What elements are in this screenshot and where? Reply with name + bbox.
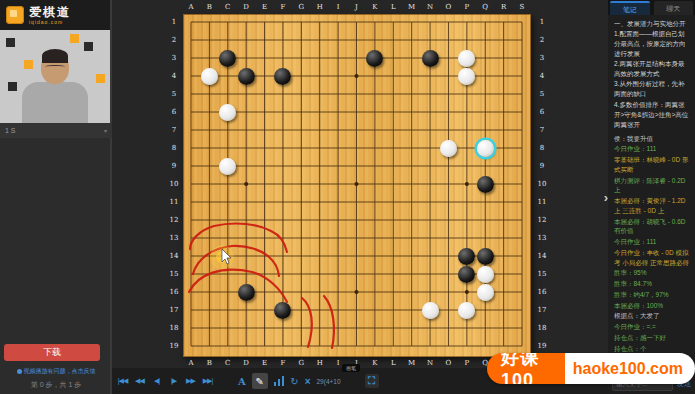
lecture-notes: 一、发展潜力与实地分开1.配置面——根据自己划分最高点，按原定的方向进行发展2.… xyxy=(608,15,695,132)
row-label-right: 11 xyxy=(534,198,550,206)
sidebar-tabs: 笔记聊天 xyxy=(608,0,695,15)
col-label-top: S xyxy=(516,3,528,11)
row-label-left: 13 xyxy=(166,234,182,242)
row-label-right: 14 xyxy=(534,252,550,260)
white-stone-Q16 xyxy=(477,284,494,301)
row-label-left: 9 xyxy=(166,162,182,170)
app-window: 爱棋道 iqidao.com 1 S ▾ 下载 视频播放有问题，点击反馈 第 0… xyxy=(0,0,695,394)
row-label-right: 7 xyxy=(534,126,550,134)
col-label-bottom: O xyxy=(442,359,454,367)
col-label-bottom: B xyxy=(203,359,215,367)
back-10-button[interactable]: ◀◀ xyxy=(132,377,147,385)
chat-message: 根据点：大发了 xyxy=(614,311,690,321)
row-label-left: 19 xyxy=(166,342,182,350)
note-line: 2.两翼张开是结构本身最高效的发展方式 xyxy=(614,59,690,79)
row-label-right: 17 xyxy=(534,306,550,314)
info-icon xyxy=(17,369,22,374)
iqidao-logo-icon xyxy=(6,6,24,24)
chevron-down-icon[interactable]: ▾ xyxy=(104,127,107,134)
go-board-area[interactable]: AABBCCDDEEFFGGHHIIJJKKLLMMNNOOPPQQRRSS11… xyxy=(112,0,608,368)
row-label-left: 10 xyxy=(166,180,182,188)
col-label-bottom: E xyxy=(259,359,271,367)
move-count-label: 29(4+10 xyxy=(317,378,341,385)
row-label-right: 18 xyxy=(534,324,550,332)
row-label-left: 12 xyxy=(166,216,182,224)
brand-title: 爱棋道 xyxy=(29,6,71,18)
col-label-top: G xyxy=(295,3,307,11)
forward-10-button[interactable]: ▶▶ xyxy=(183,377,198,385)
move-counter-text: 第 0 步，共 1 步 xyxy=(0,380,112,390)
white-stone-P3 xyxy=(458,50,475,67)
brand-header: 爱棋道 iqidao.com xyxy=(0,0,110,30)
instructor-face xyxy=(41,52,69,84)
watermark-left: 好课100 xyxy=(487,353,565,384)
col-label-bottom: D xyxy=(240,359,252,367)
next-move-button[interactable]: |▶ xyxy=(166,377,181,385)
chat-message: 棋力测评：陈泽睿 - 0.2D 上 xyxy=(614,176,690,196)
sidebar-tab-1[interactable]: 聊天 xyxy=(654,1,694,15)
chat-message: 今日作业：=.= xyxy=(614,322,690,332)
black-stone-N3 xyxy=(422,50,439,67)
backdrop-logo xyxy=(6,38,15,47)
chat-message: 本届必得：胡晓飞 - 0.6D 有价值 xyxy=(614,217,690,237)
row-label-right: 3 xyxy=(534,54,550,62)
last-move-button[interactable]: ▶▶| xyxy=(200,377,215,385)
prev-move-button[interactable]: ◀| xyxy=(149,377,164,385)
right-sidebar: 笔记聊天 一、发展潜力与实地分开1.配置面——根据自己划分最高点，按原定的方向进… xyxy=(608,0,695,394)
row-label-left: 7 xyxy=(166,126,182,134)
white-stone-C6 xyxy=(219,104,236,121)
chat-message: 持仓点：感一下好 xyxy=(614,333,690,343)
col-label-top: N xyxy=(424,3,436,11)
black-stone-D16 xyxy=(238,284,255,301)
white-stone-Q15 xyxy=(477,266,494,283)
pencil-tool-button[interactable]: ✎ xyxy=(252,373,268,389)
row-label-left: 8 xyxy=(166,144,182,152)
chat-message: 持仓点：个 xyxy=(614,344,690,354)
col-label-top: J xyxy=(351,3,363,11)
row-label-left: 16 xyxy=(166,288,182,296)
fullscreen-icon[interactable]: ⛶ xyxy=(365,374,379,388)
row-label-left: 4 xyxy=(166,72,182,80)
instructor-body xyxy=(22,82,88,123)
backdrop-logo xyxy=(96,74,105,83)
col-label-bottom: M xyxy=(406,359,418,367)
feedback-link[interactable]: 视频播放有问题，点击反馈 xyxy=(0,367,112,376)
col-label-top: H xyxy=(314,3,326,11)
backdrop-logo xyxy=(84,42,93,51)
note-line: 3.从外围分析过程，先补两面的缺口 xyxy=(614,79,690,99)
sync-icon[interactable]: ↻ xyxy=(290,376,298,387)
row-label-right: 2 xyxy=(534,36,550,44)
col-label-top: F xyxy=(277,3,289,11)
row-label-left: 3 xyxy=(166,54,182,62)
white-stone-N17 xyxy=(422,302,439,319)
row-label-right: 1 xyxy=(534,18,550,26)
black-stone-Q14 xyxy=(477,248,494,265)
move-navigation-group: |◀◀◀◀◀||▶▶▶▶▶| xyxy=(114,377,216,385)
col-label-top: E xyxy=(259,3,271,11)
col-label-top: M xyxy=(406,3,418,11)
col-label-top: A xyxy=(185,3,197,11)
row-label-right: 9 xyxy=(534,162,550,170)
chat-message: 胜率：95% xyxy=(614,268,690,278)
col-label-top: Q xyxy=(479,3,491,11)
col-label-top: C xyxy=(222,3,234,11)
tools-group: A ✎ ↻ × 29(4+10 ⛶ xyxy=(238,373,379,389)
chat-messages: 侯：我要升值今日作业：111零基础班：林晓峰 - 0D 形式买断棋力测评：陈泽睿… xyxy=(608,132,695,362)
col-label-top: D xyxy=(240,3,252,11)
row-label-right: 4 xyxy=(534,72,550,80)
chat-message: 侯：我要升值 xyxy=(614,134,690,144)
chat-message: 今日作业：丰收 - 0D 模拟考 小局必得 正常思路必得 xyxy=(614,248,690,268)
row-label-left: 1 xyxy=(166,18,182,26)
col-label-top: P xyxy=(461,3,473,11)
black-stone-Q10 xyxy=(477,176,494,193)
row-label-right: 13 xyxy=(534,234,550,242)
row-label-right: 5 xyxy=(534,90,550,98)
chat-message: 胜率：约4/7，97% xyxy=(614,290,690,300)
row-label-right: 12 xyxy=(534,216,550,224)
black-stone-K3 xyxy=(366,50,383,67)
col-label-bottom: H xyxy=(314,359,326,367)
col-label-top: O xyxy=(442,3,454,11)
white-stone-O8 xyxy=(440,140,457,157)
col-label-bottom: K xyxy=(369,359,381,367)
chat-message: 本届必得：黄俊洋 - 1.2D 上 三连胜 - 0D 上 xyxy=(614,196,690,216)
watermark-badge: 好课100 haoke100.com xyxy=(487,353,695,384)
row-label-right: 6 xyxy=(534,108,550,116)
brand-subtitle: iqidao.com xyxy=(29,20,71,25)
row-label-left: 11 xyxy=(166,198,182,206)
black-stone-F4 xyxy=(274,68,291,85)
instructor-video[interactable] xyxy=(0,30,110,123)
row-label-right: 10 xyxy=(534,180,550,188)
chat-message: 今日作业：111 xyxy=(614,237,690,247)
col-label-top: B xyxy=(203,3,215,11)
black-stone-P15 xyxy=(458,266,475,283)
white-stone-P17 xyxy=(458,302,475,319)
col-label-bottom: A xyxy=(185,359,197,367)
row-label-left: 14 xyxy=(166,252,182,260)
video-status-bar[interactable]: 1 S ▾ xyxy=(0,123,112,138)
row-label-left: 6 xyxy=(166,108,182,116)
col-label-bottom: G xyxy=(295,359,307,367)
col-label-bottom: N xyxy=(424,359,436,367)
row-label-left: 15 xyxy=(166,270,182,278)
chat-message: 零基础班：林晓峰 - 0D 形式买断 xyxy=(614,155,690,175)
white-stone-C9 xyxy=(219,158,236,175)
backdrop-logo xyxy=(24,60,33,69)
chart-tool-icon[interactable] xyxy=(274,376,285,386)
row-label-right: 19 xyxy=(534,342,550,350)
col-label-bottom: F xyxy=(277,359,289,367)
col-label-bottom: L xyxy=(387,359,399,367)
note-line: 1.配置面——根据自己划分最高点，按原定的方向进行发展 xyxy=(614,29,690,59)
row-label-right: 8 xyxy=(534,144,550,152)
col-label-top: K xyxy=(369,3,381,11)
white-stone-P4 xyxy=(458,68,475,85)
video-status-label: 1 S xyxy=(5,127,16,134)
chat-message: 本届必得：100% xyxy=(614,301,690,311)
backdrop-logo xyxy=(70,34,79,43)
note-line: 4.多数价值排序：两翼张开>守角&拆边>挂角>高位两翼张开 xyxy=(614,100,690,130)
left-sidebar: 爱棋道 iqidao.com 1 S ▾ 下载 视频播放有问题，点击反馈 第 0… xyxy=(0,0,112,394)
note-line: 一、发展潜力与实地分开 xyxy=(614,19,690,29)
watermark-right: haoke100.com xyxy=(565,353,695,384)
row-label-right: 16 xyxy=(534,288,550,296)
white-stone-B4 xyxy=(201,68,218,85)
backdrop-logo xyxy=(8,82,17,91)
first-move-button[interactable]: |◀◀ xyxy=(115,377,130,385)
chat-message: 今日作业：111 xyxy=(614,144,690,154)
pencil-tooltip: 画笔 xyxy=(342,364,360,372)
col-label-top: I xyxy=(332,3,344,11)
row-label-left: 18 xyxy=(166,324,182,332)
chat-message: 胜率：84.7% xyxy=(614,279,690,289)
col-label-top: R xyxy=(498,3,510,11)
row-label-right: 15 xyxy=(534,270,550,278)
row-label-left: 5 xyxy=(166,90,182,98)
row-label-left: 17 xyxy=(166,306,182,314)
row-label-left: 2 xyxy=(166,36,182,44)
col-label-bottom: P xyxy=(461,359,473,367)
black-stone-F17 xyxy=(274,302,291,319)
black-stone-D4 xyxy=(238,68,255,85)
black-stone-C3 xyxy=(219,50,236,67)
sidebar-tab-0[interactable]: 笔记 xyxy=(610,1,650,15)
col-label-bottom: C xyxy=(222,359,234,367)
black-stone-P14 xyxy=(458,248,475,265)
download-button[interactable]: 下载 xyxy=(4,344,100,361)
label-tool-button[interactable]: A xyxy=(238,376,246,387)
white-stone-Q8 xyxy=(477,140,494,157)
col-label-top: L xyxy=(387,3,399,11)
clear-icon[interactable]: × xyxy=(305,376,311,387)
